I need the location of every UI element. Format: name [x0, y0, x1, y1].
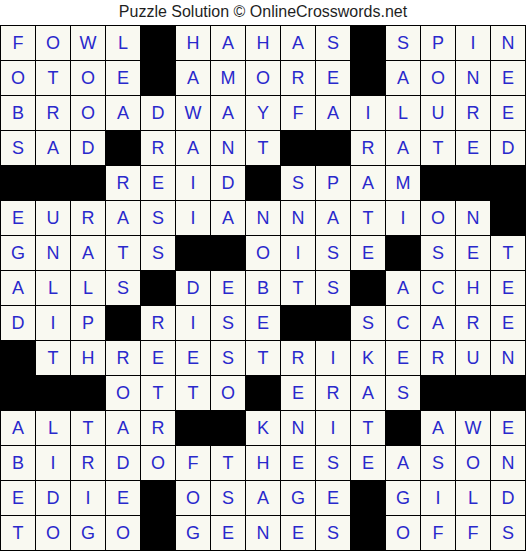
letter-cell-r11c11: A [351, 376, 385, 410]
letter-cell-r10c14: U [456, 341, 490, 375]
block-cell-r1c5 [141, 26, 175, 60]
letter-cell-r1c8: H [246, 26, 280, 60]
letter-cell-r11c5: T [141, 376, 175, 410]
letter-cell-r1c6: H [176, 26, 210, 60]
letter-cell-r9c6: I [176, 306, 210, 340]
letter-cell-r11c12: S [386, 376, 420, 410]
letter-cell-r3c8: Y [246, 96, 280, 130]
letter-cell-r2c13: O [421, 61, 455, 95]
letter-cell-r6c11: T [351, 201, 385, 235]
letter-cell-r15c6: G [176, 516, 210, 550]
letter-cell-r7c13: S [421, 236, 455, 270]
letter-cell-r12c14: W [456, 411, 490, 445]
letter-cell-r8c1: A [1, 271, 35, 305]
letter-cell-r8c14: H [456, 271, 490, 305]
letter-cell-r10c12: E [386, 341, 420, 375]
letter-cell-r13c14: O [456, 446, 490, 480]
letter-cell-r13c11: E [351, 446, 385, 480]
block-cell-r14c11 [351, 481, 385, 515]
letter-cell-r7c5: S [141, 236, 175, 270]
letter-cell-r3c12: L [386, 96, 420, 130]
letter-cell-r5c12: M [386, 166, 420, 200]
letter-cell-r1c1: F [1, 26, 35, 60]
block-cell-r5c14 [456, 166, 490, 200]
letter-cell-r10c11: K [351, 341, 385, 375]
block-cell-r8c11 [351, 271, 385, 305]
letter-cell-r12c11: T [351, 411, 385, 445]
letter-cell-r14c4: E [106, 481, 140, 515]
letter-cell-r1c7: A [211, 26, 245, 60]
letter-cell-r15c8: N [246, 516, 280, 550]
letter-cell-r2c1: O [1, 61, 35, 95]
letter-cell-r11c4: O [106, 376, 140, 410]
letter-cell-r3c4: A [106, 96, 140, 130]
letter-cell-r6c3: R [71, 201, 105, 235]
letter-cell-r15c4: O [106, 516, 140, 550]
letter-cell-r5c6: I [176, 166, 210, 200]
letter-cell-r10c9: R [281, 341, 315, 375]
block-cell-r5c3 [71, 166, 105, 200]
letter-cell-r14c10: E [316, 481, 350, 515]
letter-cell-r3c1: B [1, 96, 35, 130]
block-cell-r4c10 [316, 131, 350, 165]
letter-cell-r6c12: I [386, 201, 420, 235]
letter-cell-r3c11: I [351, 96, 385, 130]
block-cell-r11c3 [71, 376, 105, 410]
letter-cell-r4c11: R [351, 131, 385, 165]
letter-cell-r9c7: S [211, 306, 245, 340]
letter-cell-r10c3: H [71, 341, 105, 375]
letter-cell-r3c7: A [211, 96, 245, 130]
letter-cell-r3c15: E [491, 96, 525, 130]
letter-cell-r6c8: N [246, 201, 280, 235]
letter-cell-r4c6: A [176, 131, 210, 165]
block-cell-r11c13 [421, 376, 455, 410]
letter-cell-r15c13: F [421, 516, 455, 550]
letter-cell-r1c2: O [36, 26, 70, 60]
letter-cell-r11c7: O [211, 376, 245, 410]
letter-cell-r11c6: T [176, 376, 210, 410]
letter-cell-r12c5: R [141, 411, 175, 445]
letter-cell-r9c2: I [36, 306, 70, 340]
letter-cell-r5c9: S [281, 166, 315, 200]
letter-cell-r12c3: T [71, 411, 105, 445]
letter-cell-r6c13: O [421, 201, 455, 235]
letter-cell-r7c3: A [71, 236, 105, 270]
letter-cell-r9c13: A [421, 306, 455, 340]
block-cell-r12c12 [386, 411, 420, 445]
letter-cell-r6c1: E [1, 201, 35, 235]
letter-cell-r9c11: S [351, 306, 385, 340]
letter-cell-r14c13: I [421, 481, 455, 515]
letter-cell-r15c3: G [71, 516, 105, 550]
letter-cell-r2c2: T [36, 61, 70, 95]
letter-cell-r4c12: A [386, 131, 420, 165]
letter-cell-r1c3: W [71, 26, 105, 60]
letter-cell-r3c6: W [176, 96, 210, 130]
block-cell-r11c15 [491, 376, 525, 410]
letter-cell-r15c10: S [316, 516, 350, 550]
letter-cell-r12c8: K [246, 411, 280, 445]
block-cell-r15c5 [141, 516, 175, 550]
letter-cell-r2c8: O [246, 61, 280, 95]
letter-cell-r10c4: R [106, 341, 140, 375]
letter-cell-r8c9: T [281, 271, 315, 305]
letter-cell-r15c15: S [491, 516, 525, 550]
letter-cell-r15c14: F [456, 516, 490, 550]
letter-cell-r9c14: R [456, 306, 490, 340]
letter-cell-r2c14: N [456, 61, 490, 95]
letter-cell-r14c15: D [491, 481, 525, 515]
letter-cell-r2c12: A [386, 61, 420, 95]
letter-cell-r13c5: O [141, 446, 175, 480]
letter-cell-r5c10: P [316, 166, 350, 200]
letter-cell-r6c6: I [176, 201, 210, 235]
block-cell-r7c6 [176, 236, 210, 270]
letter-cell-r13c7: T [211, 446, 245, 480]
letter-cell-r12c13: A [421, 411, 455, 445]
letter-cell-r4c7: N [211, 131, 245, 165]
crossword-grid: FOWLHAHASSPINOTOEAMOREAONEBROADWAYFAILUR… [0, 25, 526, 551]
letter-cell-r13c13: S [421, 446, 455, 480]
letter-cell-r3c9: F [281, 96, 315, 130]
letter-cell-r9c3: P [71, 306, 105, 340]
letter-cell-r7c11: E [351, 236, 385, 270]
letter-cell-r10c6: E [176, 341, 210, 375]
letter-cell-r9c5: R [141, 306, 175, 340]
block-cell-r14c5 [141, 481, 175, 515]
letter-cell-r8c3: L [71, 271, 105, 305]
letter-cell-r10c5: E [141, 341, 175, 375]
letter-cell-r14c6: O [176, 481, 210, 515]
letter-cell-r6c2: U [36, 201, 70, 235]
page-title: Puzzle Solution © OnlineCrosswords.net [0, 0, 526, 25]
letter-cell-r12c1: A [1, 411, 35, 445]
letter-cell-r14c3: I [71, 481, 105, 515]
block-cell-r15c11 [351, 516, 385, 550]
letter-cell-r3c14: R [456, 96, 490, 130]
letter-cell-r3c2: R [36, 96, 70, 130]
letter-cell-r1c10: S [316, 26, 350, 60]
letter-cell-r9c12: C [386, 306, 420, 340]
letter-cell-r14c2: D [36, 481, 70, 515]
letter-cell-r6c9: N [281, 201, 315, 235]
block-cell-r1c11 [351, 26, 385, 60]
letter-cell-r5c5: E [141, 166, 175, 200]
letter-cell-r5c7: D [211, 166, 245, 200]
letter-cell-r8c15: E [491, 271, 525, 305]
letter-cell-r3c3: O [71, 96, 105, 130]
letter-cell-r13c1: B [1, 446, 35, 480]
block-cell-r5c8 [246, 166, 280, 200]
letter-cell-r7c14: E [456, 236, 490, 270]
block-cell-r5c1 [1, 166, 35, 200]
letter-cell-r13c3: R [71, 446, 105, 480]
letter-cell-r15c2: O [36, 516, 70, 550]
letter-cell-r14c9: G [281, 481, 315, 515]
letter-cell-r14c7: S [211, 481, 245, 515]
letter-cell-r2c4: E [106, 61, 140, 95]
letter-cell-r3c5: D [141, 96, 175, 130]
block-cell-r6c15 [491, 201, 525, 235]
letter-cell-r4c5: R [141, 131, 175, 165]
letter-cell-r10c7: S [211, 341, 245, 375]
letter-cell-r11c10: R [316, 376, 350, 410]
letter-cell-r12c2: L [36, 411, 70, 445]
letter-cell-r7c15: T [491, 236, 525, 270]
letter-cell-r9c8: E [246, 306, 280, 340]
letter-cell-r1c4: L [106, 26, 140, 60]
crossword-solution-page: Puzzle Solution © OnlineCrosswords.net F… [0, 0, 526, 551]
letter-cell-r1c15: N [491, 26, 525, 60]
letter-cell-r14c12: G [386, 481, 420, 515]
block-cell-r11c14 [456, 376, 490, 410]
letter-cell-r15c12: O [386, 516, 420, 550]
letter-cell-r9c1: D [1, 306, 35, 340]
letter-cell-r12c15: E [491, 411, 525, 445]
letter-cell-r1c12: S [386, 26, 420, 60]
letter-cell-r1c13: P [421, 26, 455, 60]
block-cell-r9c10 [316, 306, 350, 340]
letter-cell-r10c13: R [421, 341, 455, 375]
letter-cell-r5c11: A [351, 166, 385, 200]
letter-cell-r4c14: E [456, 131, 490, 165]
block-cell-r9c4 [106, 306, 140, 340]
letter-cell-r13c10: S [316, 446, 350, 480]
letter-cell-r13c4: D [106, 446, 140, 480]
block-cell-r7c7 [211, 236, 245, 270]
letter-cell-r10c8: T [246, 341, 280, 375]
letter-cell-r8c10: S [316, 271, 350, 305]
letter-cell-r4c2: A [36, 131, 70, 165]
letter-cell-r7c8: O [246, 236, 280, 270]
block-cell-r2c5 [141, 61, 175, 95]
letter-cell-r10c2: T [36, 341, 70, 375]
letter-cell-r4c13: T [421, 131, 455, 165]
letter-cell-r6c5: S [141, 201, 175, 235]
block-cell-r9c9 [281, 306, 315, 340]
block-cell-r11c8 [246, 376, 280, 410]
letter-cell-r1c9: A [281, 26, 315, 60]
letter-cell-r15c9: E [281, 516, 315, 550]
letter-cell-r1c14: I [456, 26, 490, 60]
letter-cell-r12c10: I [316, 411, 350, 445]
block-cell-r4c4 [106, 131, 140, 165]
block-cell-r2c11 [351, 61, 385, 95]
letter-cell-r8c6: D [176, 271, 210, 305]
block-cell-r4c9 [281, 131, 315, 165]
letter-cell-r6c14: N [456, 201, 490, 235]
letter-cell-r10c15: N [491, 341, 525, 375]
block-cell-r5c13 [421, 166, 455, 200]
letter-cell-r13c2: I [36, 446, 70, 480]
block-cell-r12c7 [211, 411, 245, 445]
letter-cell-r14c8: A [246, 481, 280, 515]
letter-cell-r13c12: A [386, 446, 420, 480]
letter-cell-r6c10: A [316, 201, 350, 235]
letter-cell-r12c9: N [281, 411, 315, 445]
block-cell-r10c1 [1, 341, 35, 375]
letter-cell-r9c15: E [491, 306, 525, 340]
letter-cell-r2c15: E [491, 61, 525, 95]
block-cell-r7c12 [386, 236, 420, 270]
letter-cell-r3c13: U [421, 96, 455, 130]
letter-cell-r8c4: S [106, 271, 140, 305]
letter-cell-r5c4: R [106, 166, 140, 200]
letter-cell-r7c4: T [106, 236, 140, 270]
letter-cell-r8c7: E [211, 271, 245, 305]
letter-cell-r7c10: S [316, 236, 350, 270]
letter-cell-r2c10: E [316, 61, 350, 95]
letter-cell-r8c2: L [36, 271, 70, 305]
block-cell-r8c5 [141, 271, 175, 305]
letter-cell-r14c1: E [1, 481, 35, 515]
letter-cell-r13c15: N [491, 446, 525, 480]
letter-cell-r4c1: S [1, 131, 35, 165]
letter-cell-r15c1: T [1, 516, 35, 550]
letter-cell-r10c10: I [316, 341, 350, 375]
letter-cell-r8c12: A [386, 271, 420, 305]
block-cell-r11c1 [1, 376, 35, 410]
letter-cell-r13c8: H [246, 446, 280, 480]
letter-cell-r4c8: T [246, 131, 280, 165]
letter-cell-r4c15: D [491, 131, 525, 165]
letter-cell-r11c9: E [281, 376, 315, 410]
letter-cell-r15c7: E [211, 516, 245, 550]
block-cell-r11c2 [36, 376, 70, 410]
letter-cell-r6c7: A [211, 201, 245, 235]
letter-cell-r8c13: C [421, 271, 455, 305]
block-cell-r12c6 [176, 411, 210, 445]
letter-cell-r2c3: O [71, 61, 105, 95]
letter-cell-r8c8: B [246, 271, 280, 305]
letter-cell-r2c6: A [176, 61, 210, 95]
letter-cell-r4c3: D [71, 131, 105, 165]
letter-cell-r7c2: N [36, 236, 70, 270]
letter-cell-r12c4: A [106, 411, 140, 445]
letter-cell-r2c9: R [281, 61, 315, 95]
letter-cell-r2c7: M [211, 61, 245, 95]
letter-cell-r6c4: A [106, 201, 140, 235]
block-cell-r5c15 [491, 166, 525, 200]
letter-cell-r7c1: G [1, 236, 35, 270]
letter-cell-r14c14: L [456, 481, 490, 515]
letter-cell-r7c9: I [281, 236, 315, 270]
block-cell-r5c2 [36, 166, 70, 200]
letter-cell-r13c9: E [281, 446, 315, 480]
letter-cell-r13c6: F [176, 446, 210, 480]
letter-cell-r3c10: A [316, 96, 350, 130]
